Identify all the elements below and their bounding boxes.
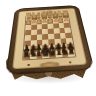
perspective-scene: ♜♞♝♚♛♝♞♜♟♟♟♟♟♟♟♟♟♟♟♟♟♟♟♟♜♞♝♚♛♝♞♜ bbox=[0, 0, 96, 96]
carved-medallion bbox=[40, 62, 59, 67]
black-knight: ♞ bbox=[60, 46, 70, 57]
square: ♟ bbox=[63, 18, 69, 23]
square bbox=[48, 29, 54, 34]
square: ♞ bbox=[61, 50, 68, 57]
square bbox=[48, 34, 54, 40]
square bbox=[54, 33, 60, 39]
chess-board: ♜♞♝♚♛♝♞♜♟♟♟♟♟♟♟♟♟♟♟♟♟♟♟♟♜♞♝♚♛♝♞♜ bbox=[23, 14, 75, 60]
product-photo: ♜♞♝♚♛♝♞♜♟♟♟♟♟♟♟♟♟♟♟♟♟♟♟♟♜♞♝♚♛♝♞♜ bbox=[0, 0, 96, 96]
hinge-dot bbox=[69, 62, 72, 64]
black-bishop: ♝ bbox=[34, 48, 44, 59]
square: ♝ bbox=[36, 52, 42, 59]
white-pawn: ♟ bbox=[63, 15, 70, 22]
chess-case-rim: ♜♞♝♚♛♝♞♜♟♟♟♟♟♟♟♟♟♟♟♟♟♟♟♟♜♞♝♚♛♝♞♜ bbox=[6, 5, 95, 75]
board-apron: ♜♞♝♚♛♝♞♜♟♟♟♟♟♟♟♟♟♟♟♟♟♟♟♟♜♞♝♚♛♝♞♜ bbox=[12, 8, 87, 69]
square bbox=[64, 23, 70, 28]
hinge-dot bbox=[27, 64, 29, 66]
